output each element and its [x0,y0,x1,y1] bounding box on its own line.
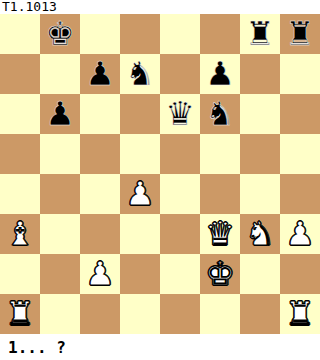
square-a6[interactable] [0,94,40,134]
piece-white-king[interactable]: ♚ [200,254,240,294]
square-b3[interactable] [40,214,80,254]
piece-black-rook[interactable]: ♜ [280,14,320,54]
piece-black-pawn[interactable]: ♟ [80,54,120,94]
move-prompt: 1... ? [0,334,320,360]
square-g8[interactable]: ♜ [240,14,280,54]
square-a3[interactable]: ♝ [0,214,40,254]
square-b7[interactable] [40,54,80,94]
square-h8[interactable]: ♜ [280,14,320,54]
piece-black-king[interactable]: ♚ [40,14,80,54]
square-e6[interactable]: ♛ [160,94,200,134]
square-c2[interactable]: ♟ [80,254,120,294]
piece-white-rook[interactable]: ♜ [280,294,320,334]
square-f2[interactable]: ♚ [200,254,240,294]
piece-white-pawn[interactable]: ♟ [80,254,120,294]
piece-black-rook[interactable]: ♜ [240,14,280,54]
square-c8[interactable] [80,14,120,54]
piece-black-pawn[interactable]: ♟ [40,94,80,134]
piece-white-bishop[interactable]: ♝ [0,214,40,254]
square-d5[interactable] [120,134,160,174]
square-a5[interactable] [0,134,40,174]
square-c3[interactable] [80,214,120,254]
piece-white-pawn[interactable]: ♟ [120,174,160,214]
square-d7[interactable]: ♞ [120,54,160,94]
square-f3[interactable]: ♛ [200,214,240,254]
square-h4[interactable] [280,174,320,214]
square-d8[interactable] [120,14,160,54]
square-g5[interactable] [240,134,280,174]
square-f7[interactable]: ♟ [200,54,240,94]
square-f6[interactable]: ♞ [200,94,240,134]
piece-black-knight[interactable]: ♞ [120,54,160,94]
square-f1[interactable] [200,294,240,334]
square-b5[interactable] [40,134,80,174]
square-e3[interactable] [160,214,200,254]
square-d3[interactable] [120,214,160,254]
piece-white-knight[interactable]: ♞ [240,214,280,254]
piece-black-queen[interactable]: ♛ [160,94,200,134]
piece-white-rook[interactable]: ♜ [0,294,40,334]
square-g3[interactable]: ♞ [240,214,280,254]
square-f8[interactable] [200,14,240,54]
square-h5[interactable] [280,134,320,174]
piece-black-knight[interactable]: ♞ [200,94,240,134]
chess-board: ♚♜♜♟♞♟♟♛♞♟♝♛♞♟♟♚♜♜ [0,14,320,334]
square-b2[interactable] [40,254,80,294]
square-e7[interactable] [160,54,200,94]
square-f5[interactable] [200,134,240,174]
square-b8[interactable]: ♚ [40,14,80,54]
square-e2[interactable] [160,254,200,294]
puzzle-title: T1.1013 [0,0,320,14]
square-g6[interactable] [240,94,280,134]
square-c6[interactable] [80,94,120,134]
square-h1[interactable]: ♜ [280,294,320,334]
square-c1[interactable] [80,294,120,334]
square-h2[interactable] [280,254,320,294]
square-c7[interactable]: ♟ [80,54,120,94]
square-a8[interactable] [0,14,40,54]
square-d1[interactable] [120,294,160,334]
square-e8[interactable] [160,14,200,54]
square-b6[interactable]: ♟ [40,94,80,134]
square-a7[interactable] [0,54,40,94]
square-f4[interactable] [200,174,240,214]
piece-black-pawn[interactable]: ♟ [200,54,240,94]
square-e5[interactable] [160,134,200,174]
square-h6[interactable] [280,94,320,134]
square-g2[interactable] [240,254,280,294]
square-c5[interactable] [80,134,120,174]
piece-white-pawn[interactable]: ♟ [280,214,320,254]
square-h3[interactable]: ♟ [280,214,320,254]
piece-white-queen[interactable]: ♛ [200,214,240,254]
square-h7[interactable] [280,54,320,94]
square-a2[interactable] [0,254,40,294]
square-e4[interactable] [160,174,200,214]
square-b1[interactable] [40,294,80,334]
square-a4[interactable] [0,174,40,214]
square-e1[interactable] [160,294,200,334]
square-d2[interactable] [120,254,160,294]
square-g4[interactable] [240,174,280,214]
square-b4[interactable] [40,174,80,214]
square-g1[interactable] [240,294,280,334]
square-a1[interactable]: ♜ [0,294,40,334]
square-d6[interactable] [120,94,160,134]
square-c4[interactable] [80,174,120,214]
square-d4[interactable]: ♟ [120,174,160,214]
square-g7[interactable] [240,54,280,94]
